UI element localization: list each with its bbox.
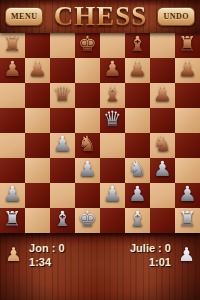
piece-black-rook[interactable]: ♜ bbox=[3, 32, 22, 57]
square-c5[interactable] bbox=[50, 108, 75, 133]
piece-black-pawn[interactable]: ♟ bbox=[153, 82, 172, 107]
player-right-name-score: Julie : 0 bbox=[130, 242, 171, 254]
piece-black-rook[interactable]: ♜ bbox=[178, 32, 197, 57]
square-g7[interactable] bbox=[150, 58, 175, 83]
piece-white-pawn[interactable]: ♟ bbox=[128, 182, 147, 207]
square-e5[interactable]: ♛ bbox=[100, 108, 125, 133]
square-d8[interactable]: ♚ bbox=[75, 33, 100, 58]
square-d3[interactable]: ♟ bbox=[75, 158, 100, 183]
square-e3[interactable] bbox=[100, 158, 125, 183]
player-left-clock: 1:34 bbox=[29, 256, 64, 268]
square-d2[interactable] bbox=[75, 183, 100, 208]
square-h7[interactable]: ♟ bbox=[175, 58, 200, 83]
square-e7[interactable]: ♟ bbox=[100, 58, 125, 83]
piece-black-pawn[interactable]: ♟ bbox=[178, 57, 197, 82]
square-h4[interactable] bbox=[175, 133, 200, 158]
square-h3[interactable] bbox=[175, 158, 200, 183]
square-g6[interactable]: ♟ bbox=[150, 83, 175, 108]
piece-white-queen[interactable]: ♛ bbox=[103, 107, 122, 132]
square-b5[interactable] bbox=[25, 108, 50, 133]
piece-white-rook[interactable]: ♜ bbox=[178, 207, 197, 232]
square-f4[interactable] bbox=[125, 133, 150, 158]
square-c2[interactable] bbox=[50, 183, 75, 208]
piece-black-bishop[interactable]: ♝ bbox=[128, 32, 147, 57]
piece-black-bishop[interactable]: ♝ bbox=[103, 82, 122, 107]
piece-white-pawn[interactable]: ♟ bbox=[53, 132, 72, 157]
square-c1[interactable]: ♝ bbox=[50, 208, 75, 233]
square-a8[interactable]: ♜ bbox=[0, 33, 25, 58]
status-panel: ♟ Jon : 0 1:34 Julie : 0 1:01 ♟ bbox=[0, 233, 200, 300]
piece-black-pawn[interactable]: ♟ bbox=[103, 57, 122, 82]
square-e6[interactable]: ♝ bbox=[100, 83, 125, 108]
square-g2[interactable] bbox=[150, 183, 175, 208]
square-b8[interactable] bbox=[25, 33, 50, 58]
square-e8[interactable] bbox=[100, 33, 125, 58]
undo-button[interactable]: UNDO bbox=[157, 7, 195, 26]
square-f1[interactable]: ♝ bbox=[125, 208, 150, 233]
square-b4[interactable] bbox=[25, 133, 50, 158]
square-a6[interactable] bbox=[0, 83, 25, 108]
square-c8[interactable] bbox=[50, 33, 75, 58]
piece-white-pawn[interactable]: ♟ bbox=[103, 182, 122, 207]
square-d1[interactable]: ♚ bbox=[75, 208, 100, 233]
title-bar: MENU CHESS UNDO bbox=[0, 0, 200, 33]
square-g3[interactable]: ♟ bbox=[150, 158, 175, 183]
square-d4[interactable]: ♞ bbox=[75, 133, 100, 158]
square-e4[interactable] bbox=[100, 133, 125, 158]
square-d5[interactable] bbox=[75, 108, 100, 133]
piece-white-bishop[interactable]: ♝ bbox=[53, 207, 72, 232]
square-c3[interactable] bbox=[50, 158, 75, 183]
player-left-name-score: Jon : 0 bbox=[29, 242, 64, 254]
square-a3[interactable] bbox=[0, 158, 25, 183]
square-b6[interactable] bbox=[25, 83, 50, 108]
square-g1[interactable] bbox=[150, 208, 175, 233]
player-left: ♟ Jon : 0 1:34 bbox=[5, 242, 65, 300]
square-b3[interactable] bbox=[25, 158, 50, 183]
square-h6[interactable] bbox=[175, 83, 200, 108]
square-h1[interactable]: ♜ bbox=[175, 208, 200, 233]
piece-white-pawn[interactable]: ♟ bbox=[178, 182, 197, 207]
piece-white-pawn[interactable]: ♟ bbox=[78, 157, 97, 182]
piece-black-king[interactable]: ♚ bbox=[78, 32, 97, 57]
square-f6[interactable] bbox=[125, 83, 150, 108]
square-a7[interactable]: ♟ bbox=[0, 58, 25, 83]
menu-button[interactable]: MENU bbox=[5, 7, 43, 26]
square-a1[interactable]: ♜ bbox=[0, 208, 25, 233]
piece-black-pawn[interactable]: ♟ bbox=[128, 57, 147, 82]
square-c7[interactable] bbox=[50, 58, 75, 83]
app-title: CHESS bbox=[54, 0, 148, 33]
square-f5[interactable] bbox=[125, 108, 150, 133]
square-a5[interactable] bbox=[0, 108, 25, 133]
piece-black-queen[interactable]: ♛ bbox=[53, 82, 72, 107]
player-right-clock: 1:01 bbox=[130, 256, 171, 268]
square-g5[interactable] bbox=[150, 108, 175, 133]
square-h8[interactable]: ♜ bbox=[175, 33, 200, 58]
square-d7[interactable] bbox=[75, 58, 100, 83]
square-b2[interactable] bbox=[25, 183, 50, 208]
square-f8[interactable]: ♝ bbox=[125, 33, 150, 58]
square-g4[interactable]: ♞ bbox=[150, 133, 175, 158]
white-pawn-icon: ♟ bbox=[178, 242, 195, 300]
square-b1[interactable] bbox=[25, 208, 50, 233]
piece-white-pawn[interactable]: ♟ bbox=[3, 182, 22, 207]
piece-black-knight[interactable]: ♞ bbox=[153, 132, 172, 157]
square-a2[interactable]: ♟ bbox=[0, 183, 25, 208]
square-c6[interactable]: ♛ bbox=[50, 83, 75, 108]
square-b7[interactable]: ♟ bbox=[25, 58, 50, 83]
square-h2[interactable]: ♟ bbox=[175, 183, 200, 208]
square-f3[interactable]: ♞ bbox=[125, 158, 150, 183]
piece-white-pawn[interactable]: ♟ bbox=[153, 157, 172, 182]
square-a4[interactable] bbox=[0, 133, 25, 158]
chess-board[interactable]: ♜♚♝♜♟♟♟♟♟♛♝♟♛♟♞♞♟♞♟♟♟♟♟♜♝♚♝♜ bbox=[0, 33, 200, 233]
player-right: Julie : 0 1:01 ♟ bbox=[130, 242, 195, 300]
piece-white-knight[interactable]: ♞ bbox=[128, 157, 147, 182]
square-f2[interactable]: ♟ bbox=[125, 183, 150, 208]
piece-black-knight[interactable]: ♞ bbox=[78, 132, 97, 157]
square-h5[interactable] bbox=[175, 108, 200, 133]
square-e1[interactable] bbox=[100, 208, 125, 233]
square-d6[interactable] bbox=[75, 83, 100, 108]
square-f7[interactable]: ♟ bbox=[125, 58, 150, 83]
black-pawn-icon: ♟ bbox=[5, 242, 22, 300]
piece-black-pawn[interactable]: ♟ bbox=[28, 57, 47, 82]
square-c4[interactable]: ♟ bbox=[50, 133, 75, 158]
piece-white-bishop[interactable]: ♝ bbox=[128, 207, 147, 232]
square-g8[interactable] bbox=[150, 33, 175, 58]
square-e2[interactable]: ♟ bbox=[100, 183, 125, 208]
piece-black-pawn[interactable]: ♟ bbox=[3, 57, 22, 82]
piece-white-king[interactable]: ♚ bbox=[78, 207, 97, 232]
piece-white-rook[interactable]: ♜ bbox=[3, 207, 22, 232]
